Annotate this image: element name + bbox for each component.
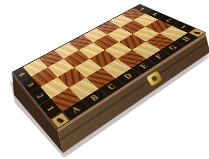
chess-box-photo: 44332211♞ABCDEFGH♞ xyxy=(0,0,209,159)
clasp-hole xyxy=(151,75,158,82)
